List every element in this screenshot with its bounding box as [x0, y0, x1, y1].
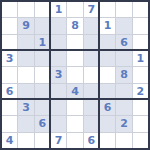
box-divider-horizontal-1 — [2, 49, 148, 51]
cell-r6c3[interactable] — [35, 84, 50, 99]
cell-r7c8[interactable] — [116, 100, 131, 115]
cell-r3c8[interactable]: 6 — [116, 35, 131, 50]
cell-r3c7[interactable] — [100, 35, 115, 50]
cell-r7c1[interactable] — [2, 100, 17, 115]
cell-r7c9[interactable] — [133, 100, 148, 115]
cell-r6c4[interactable] — [51, 84, 66, 99]
cell-r5c1[interactable] — [2, 67, 17, 82]
cell-r5c5[interactable] — [67, 67, 82, 82]
cell-r2c6[interactable] — [84, 18, 99, 33]
cell-r8c5[interactable] — [67, 116, 82, 131]
cell-r8c9[interactable] — [133, 116, 148, 131]
cell-r4c1[interactable]: 3 — [2, 51, 17, 66]
cell-r6c6[interactable] — [84, 84, 99, 99]
cell-r5c4[interactable]: 3 — [51, 67, 66, 82]
cell-r8c4[interactable] — [51, 116, 66, 131]
cell-r9c1[interactable]: 4 — [2, 133, 17, 148]
cell-r6c2[interactable] — [18, 84, 33, 99]
cell-r4c8[interactable] — [116, 51, 131, 66]
cell-r9c2[interactable] — [18, 133, 33, 148]
cell-r5c9[interactable] — [133, 67, 148, 82]
cell-r5c2[interactable] — [18, 67, 33, 82]
cell-r9c4[interactable]: 7 — [51, 133, 66, 148]
cell-r1c9[interactable] — [133, 2, 148, 17]
cell-r9c3[interactable] — [35, 133, 50, 148]
cell-r9c9[interactable] — [133, 133, 148, 148]
box-divider-horizontal-2 — [2, 98, 148, 100]
cell-r4c4[interactable] — [51, 51, 66, 66]
cell-r6c8[interactable] — [116, 84, 131, 99]
cell-r3c6[interactable] — [84, 35, 99, 50]
cell-r4c7[interactable] — [100, 51, 115, 66]
cell-r1c4[interactable]: 1 — [51, 2, 66, 17]
cell-r5c6[interactable] — [84, 67, 99, 82]
cell-r2c3[interactable] — [35, 18, 50, 33]
cell-r2c1[interactable] — [2, 18, 17, 33]
cell-r5c3[interactable] — [35, 67, 50, 82]
cell-r5c7[interactable] — [100, 67, 115, 82]
cell-r2c5[interactable]: 8 — [67, 18, 82, 33]
cell-r2c9[interactable] — [133, 18, 148, 33]
cell-r4c5[interactable] — [67, 51, 82, 66]
cell-r1c5[interactable] — [67, 2, 82, 17]
cell-r6c9[interactable]: 2 — [133, 84, 148, 99]
cell-r2c8[interactable] — [116, 18, 131, 33]
cell-r3c5[interactable] — [67, 35, 82, 50]
cell-r3c1[interactable] — [2, 35, 17, 50]
cell-r4c6[interactable] — [84, 51, 99, 66]
sudoku-board: 179811631386423662476 — [0, 0, 150, 150]
box-divider-vertical-2 — [98, 2, 100, 148]
cell-r6c5[interactable]: 4 — [67, 84, 82, 99]
cell-r7c2[interactable]: 3 — [18, 100, 33, 115]
cell-r4c2[interactable] — [18, 51, 33, 66]
cell-r8c8[interactable]: 2 — [116, 116, 131, 131]
cell-r6c1[interactable]: 6 — [2, 84, 17, 99]
cell-r1c1[interactable] — [2, 2, 17, 17]
cell-r2c4[interactable] — [51, 18, 66, 33]
cell-r5c8[interactable]: 8 — [116, 67, 131, 82]
cell-r8c1[interactable] — [2, 116, 17, 131]
cell-r7c5[interactable] — [67, 100, 82, 115]
cell-r3c2[interactable] — [18, 35, 33, 50]
cell-r8c3[interactable]: 6 — [35, 116, 50, 131]
cell-r7c4[interactable] — [51, 100, 66, 115]
cell-r8c7[interactable] — [100, 116, 115, 131]
cell-r1c2[interactable] — [18, 2, 33, 17]
cell-r4c9[interactable]: 1 — [133, 51, 148, 66]
cell-r1c3[interactable] — [35, 2, 50, 17]
cell-r3c4[interactable] — [51, 35, 66, 50]
cell-r9c7[interactable] — [100, 133, 115, 148]
cell-r7c6[interactable] — [84, 100, 99, 115]
cell-r9c5[interactable] — [67, 133, 82, 148]
cell-r2c7[interactable]: 1 — [100, 18, 115, 33]
box-divider-vertical-1 — [49, 2, 51, 148]
cell-r1c8[interactable] — [116, 2, 131, 17]
cell-r3c3[interactable]: 1 — [35, 35, 50, 50]
cell-r8c2[interactable] — [18, 116, 33, 131]
cell-r6c7[interactable] — [100, 84, 115, 99]
cell-r8c6[interactable] — [84, 116, 99, 131]
cell-r9c8[interactable] — [116, 133, 131, 148]
cell-r7c3[interactable] — [35, 100, 50, 115]
cell-r9c6[interactable]: 6 — [84, 133, 99, 148]
cell-r1c6[interactable]: 7 — [84, 2, 99, 17]
cell-r7c7[interactable]: 6 — [100, 100, 115, 115]
cell-r2c2[interactable]: 9 — [18, 18, 33, 33]
cell-r1c7[interactable] — [100, 2, 115, 17]
cell-r4c3[interactable] — [35, 51, 50, 66]
cell-r3c9[interactable] — [133, 35, 148, 50]
